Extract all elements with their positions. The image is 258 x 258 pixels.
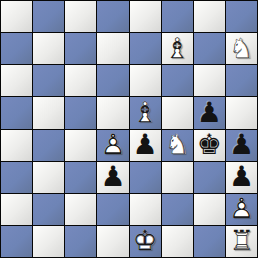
- square-f7[interactable]: ♝♗: [162, 33, 193, 64]
- square-h4[interactable]: ♟: [226, 130, 257, 161]
- white-knight-piece: ♞: [226, 33, 257, 64]
- square-d6[interactable]: [97, 65, 128, 96]
- square-d5[interactable]: [97, 97, 128, 128]
- square-g2[interactable]: [194, 194, 225, 225]
- white-pawn-piece-outline: ♙: [226, 194, 257, 225]
- square-b7[interactable]: [33, 33, 64, 64]
- square-f2[interactable]: [162, 194, 193, 225]
- square-e5[interactable]: ♝♗: [130, 97, 161, 128]
- square-g6[interactable]: [194, 65, 225, 96]
- square-d7[interactable]: [97, 33, 128, 64]
- square-h2[interactable]: ♟♙: [226, 194, 257, 225]
- white-bishop-piece-outline: ♗: [130, 97, 161, 128]
- square-c8[interactable]: [65, 1, 96, 32]
- white-king-piece-outline: ♔: [130, 226, 161, 257]
- square-b3[interactable]: [33, 162, 64, 193]
- square-f5[interactable]: [162, 97, 193, 128]
- black-king-piece: ♚: [194, 130, 225, 161]
- square-e6[interactable]: [130, 65, 161, 96]
- square-h1[interactable]: ♜♖: [226, 226, 257, 257]
- white-pawn-piece: ♟: [226, 194, 257, 225]
- square-e1[interactable]: ♚♔: [130, 226, 161, 257]
- square-h3[interactable]: ♟: [226, 162, 257, 193]
- square-a2[interactable]: [1, 194, 32, 225]
- white-bishop-piece-outline: ♗: [162, 33, 193, 64]
- square-d2[interactable]: [97, 194, 128, 225]
- square-b4[interactable]: [33, 130, 64, 161]
- square-b5[interactable]: [33, 97, 64, 128]
- white-rook-piece: ♜: [226, 226, 257, 257]
- square-c5[interactable]: [65, 97, 96, 128]
- square-a7[interactable]: [1, 33, 32, 64]
- square-g5[interactable]: ♟: [194, 97, 225, 128]
- white-bishop-piece: ♝: [130, 97, 161, 128]
- square-d8[interactable]: [97, 1, 128, 32]
- square-e3[interactable]: [130, 162, 161, 193]
- square-g8[interactable]: [194, 1, 225, 32]
- white-knight-piece: ♞: [162, 130, 193, 161]
- square-d1[interactable]: [97, 226, 128, 257]
- square-a3[interactable]: [1, 162, 32, 193]
- square-h5[interactable]: [226, 97, 257, 128]
- white-pawn-piece: ♟: [97, 130, 128, 161]
- square-c6[interactable]: [65, 65, 96, 96]
- square-c4[interactable]: [65, 130, 96, 161]
- black-pawn-piece: ♟: [130, 130, 161, 161]
- white-king-piece: ♚: [130, 226, 161, 257]
- white-knight-piece-outline: ♘: [226, 33, 257, 64]
- square-g3[interactable]: [194, 162, 225, 193]
- black-pawn-piece: ♟: [97, 162, 128, 193]
- square-c1[interactable]: [65, 226, 96, 257]
- square-h7[interactable]: ♞♘: [226, 33, 257, 64]
- white-knight-piece-outline: ♘: [162, 130, 193, 161]
- black-pawn-piece: ♟: [194, 97, 225, 128]
- square-a1[interactable]: [1, 226, 32, 257]
- square-f6[interactable]: [162, 65, 193, 96]
- square-f4[interactable]: ♞♘: [162, 130, 193, 161]
- square-c2[interactable]: [65, 194, 96, 225]
- white-bishop-piece: ♝: [162, 33, 193, 64]
- square-d4[interactable]: ♟♙: [97, 130, 128, 161]
- square-f8[interactable]: [162, 1, 193, 32]
- square-c7[interactable]: [65, 33, 96, 64]
- square-h8[interactable]: [226, 1, 257, 32]
- square-b1[interactable]: [33, 226, 64, 257]
- square-b6[interactable]: [33, 65, 64, 96]
- square-g1[interactable]: [194, 226, 225, 257]
- chess-board: ♝♗♞♘♝♗♟♟♙♟♞♘♚♟♟♟♟♙♚♔♜♖: [0, 0, 258, 258]
- square-a6[interactable]: [1, 65, 32, 96]
- square-a5[interactable]: [1, 97, 32, 128]
- square-e4[interactable]: ♟: [130, 130, 161, 161]
- square-f1[interactable]: [162, 226, 193, 257]
- square-a8[interactable]: [1, 1, 32, 32]
- square-e7[interactable]: [130, 33, 161, 64]
- square-b8[interactable]: [33, 1, 64, 32]
- square-h6[interactable]: [226, 65, 257, 96]
- square-e2[interactable]: [130, 194, 161, 225]
- square-d3[interactable]: ♟: [97, 162, 128, 193]
- square-a4[interactable]: [1, 130, 32, 161]
- square-f3[interactable]: [162, 162, 193, 193]
- square-g4[interactable]: ♚: [194, 130, 225, 161]
- black-pawn-piece: ♟: [226, 162, 257, 193]
- white-rook-piece-outline: ♖: [226, 226, 257, 257]
- square-g7[interactable]: [194, 33, 225, 64]
- square-c3[interactable]: [65, 162, 96, 193]
- white-pawn-piece-outline: ♙: [97, 130, 128, 161]
- black-pawn-piece: ♟: [226, 130, 257, 161]
- square-e8[interactable]: [130, 1, 161, 32]
- square-b2[interactable]: [33, 194, 64, 225]
